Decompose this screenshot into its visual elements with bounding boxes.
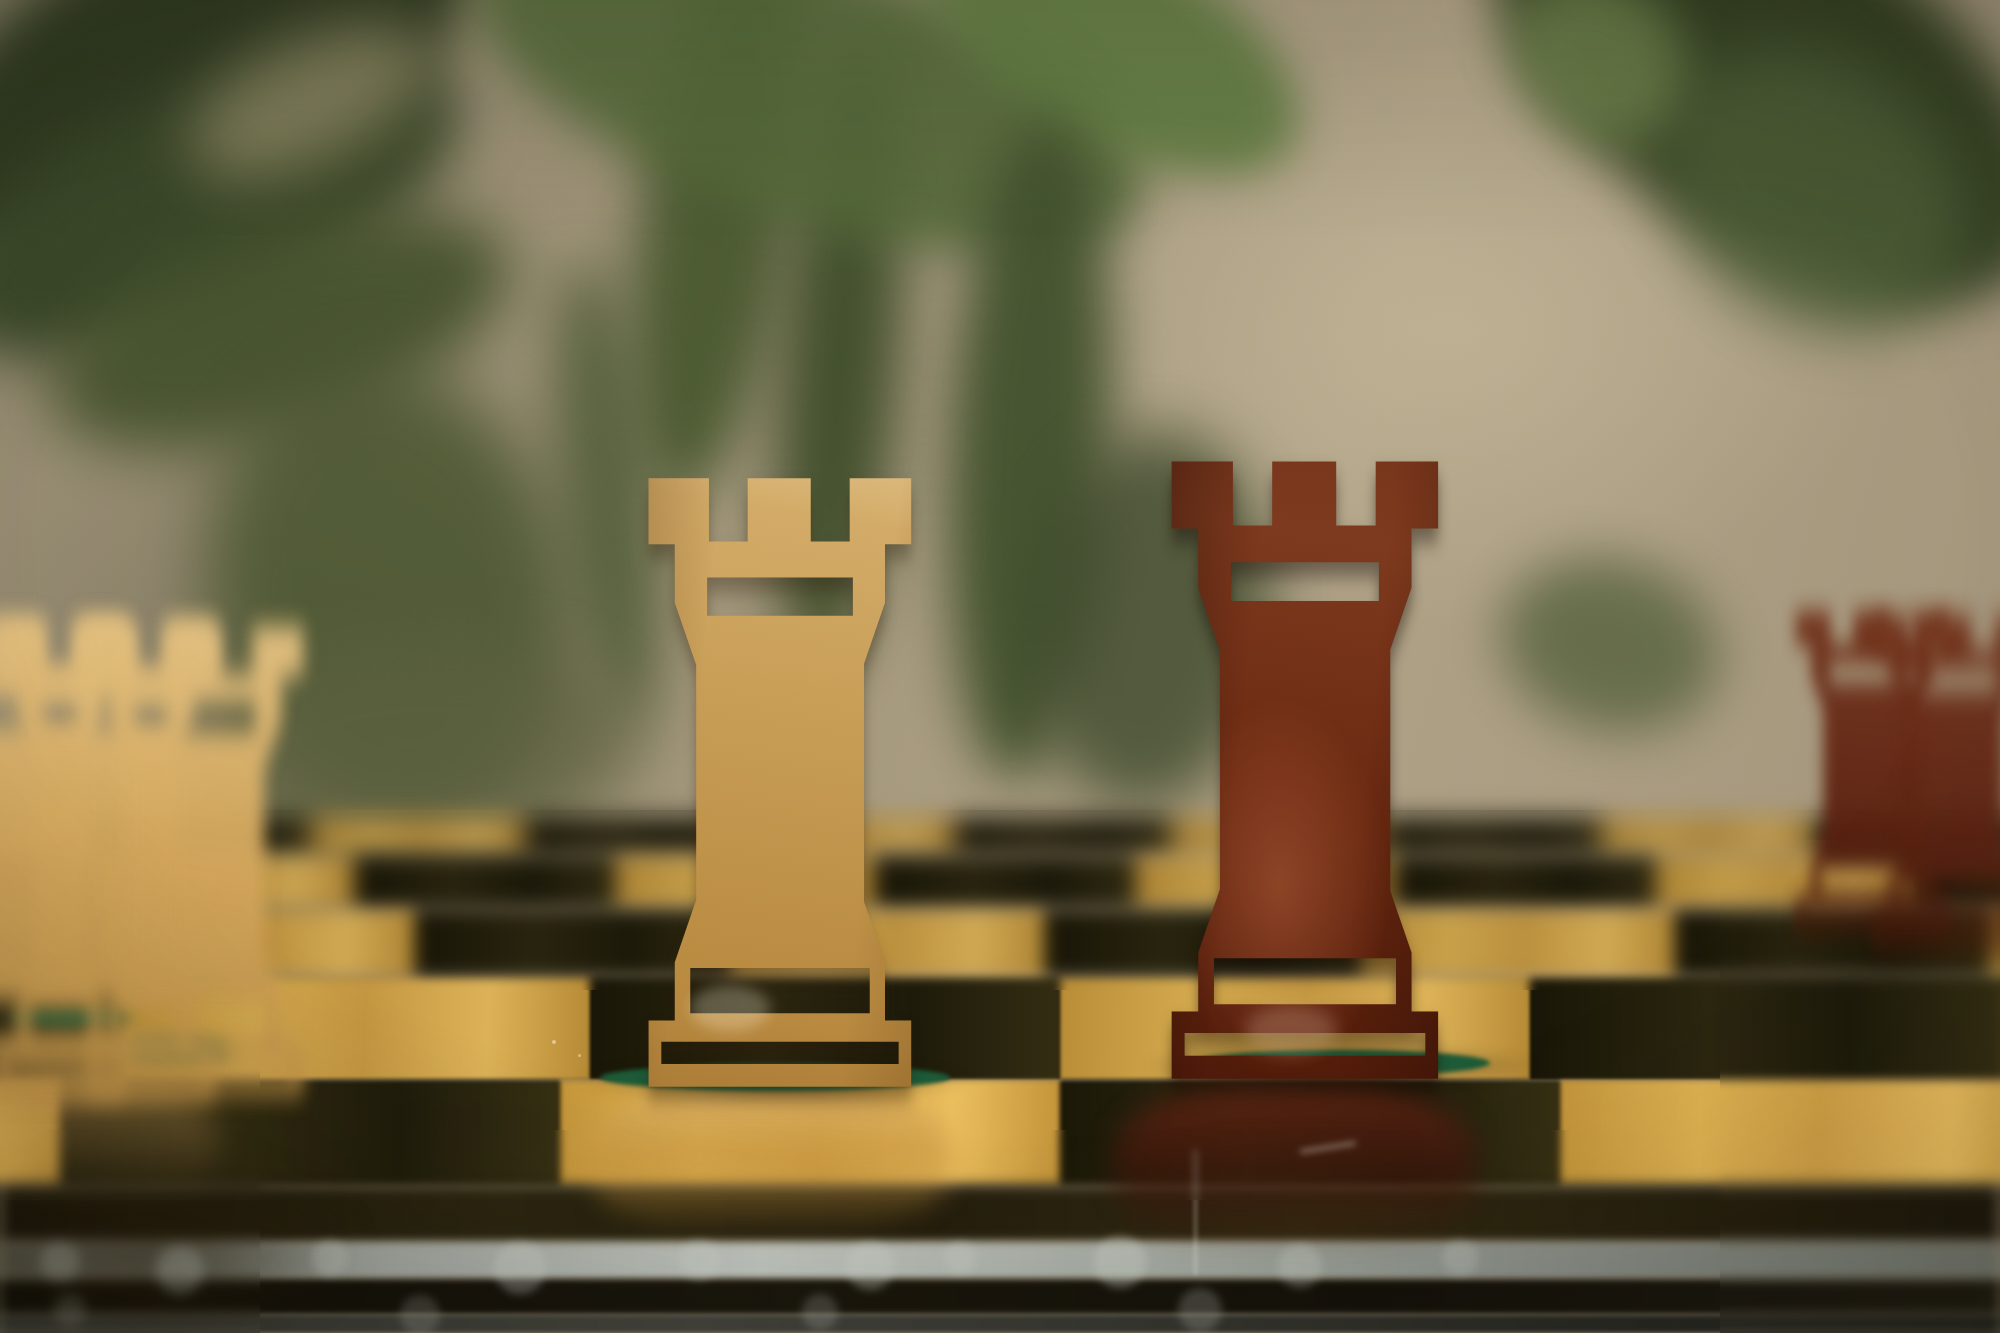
black-rook-highlight — [1245, 1006, 1337, 1054]
white-rook[interactable]: ♜ — [571, 381, 989, 1214]
blurred-white-rook-3[interactable]: ♜ — [23, 552, 367, 1192]
chess-photo-scene: ♜ ♜ ♜ ♜ ♜ ♜ ♜ — [0, 0, 2000, 1333]
white-rook-highlight — [690, 985, 770, 1031]
blurred-dark-rook-2[interactable]: ♜ — [1827, 563, 2000, 1018]
black-rook[interactable]: ♜ — [1093, 363, 1517, 1208]
